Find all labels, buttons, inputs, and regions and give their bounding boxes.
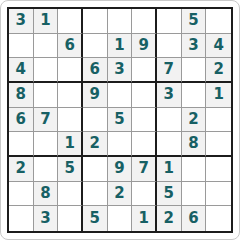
- sudoku-cell-r9c8[interactable]: 6: [182, 206, 207, 231]
- sudoku-cell-r6c1[interactable]: [9, 132, 34, 157]
- sudoku-cell-r3c8[interactable]: [182, 58, 207, 83]
- sudoku-cell-r6c8[interactable]: 8: [182, 132, 207, 157]
- sudoku-cell-r1c1[interactable]: 3: [9, 9, 34, 34]
- sudoku-cell-r7c8[interactable]: [182, 157, 207, 182]
- sudoku-cell-r4c4[interactable]: 9: [83, 83, 108, 108]
- sudoku-cell-r4c9[interactable]: 1: [206, 83, 231, 108]
- sudoku-cell-r7c9[interactable]: [206, 157, 231, 182]
- sudoku-cell-r5c4[interactable]: [83, 108, 108, 133]
- sudoku-cell-r1c4[interactable]: [83, 9, 108, 34]
- sudoku-cell-r2c2[interactable]: [34, 34, 59, 59]
- sudoku-cell-r2c7[interactable]: [157, 34, 182, 59]
- sudoku-cell-r7c4[interactable]: [83, 157, 108, 182]
- sudoku-cell-r2c6[interactable]: 9: [132, 34, 157, 59]
- sudoku-cell-r9c1[interactable]: [9, 206, 34, 231]
- sudoku-cell-r1c5[interactable]: [108, 9, 133, 34]
- sudoku-cell-r7c5[interactable]: 9: [108, 157, 133, 182]
- sudoku-cell-r7c2[interactable]: [34, 157, 59, 182]
- sudoku-cell-r1c8[interactable]: 5: [182, 9, 207, 34]
- sudoku-board: 3156193446372893167521282597182535126: [7, 7, 233, 233]
- sudoku-cell-r5c2[interactable]: 7: [34, 108, 59, 133]
- sudoku-cell-r3c9[interactable]: 2: [206, 58, 231, 83]
- sudoku-cell-r5c8[interactable]: 2: [182, 108, 207, 133]
- sudoku-cell-r3c1[interactable]: 4: [9, 58, 34, 83]
- sudoku-cell-r1c3[interactable]: [58, 9, 83, 34]
- sudoku-cell-r9c3[interactable]: [58, 206, 83, 231]
- sudoku-cell-r5c1[interactable]: 6: [9, 108, 34, 133]
- sudoku-cell-r9c4[interactable]: 5: [83, 206, 108, 231]
- sudoku-cell-r2c1[interactable]: [9, 34, 34, 59]
- sudoku-cell-r9c9[interactable]: [206, 206, 231, 231]
- sudoku-cell-r6c3[interactable]: 1: [58, 132, 83, 157]
- sudoku-cell-r4c6[interactable]: [132, 83, 157, 108]
- sudoku-cell-r8c1[interactable]: [9, 182, 34, 207]
- sudoku-cell-r8c6[interactable]: [132, 182, 157, 207]
- sudoku-cell-r7c6[interactable]: 7: [132, 157, 157, 182]
- sudoku-cell-r2c4[interactable]: [83, 34, 108, 59]
- sudoku-cell-r2c3[interactable]: 6: [58, 34, 83, 59]
- sudoku-cell-r6c5[interactable]: [108, 132, 133, 157]
- sudoku-cell-r3c4[interactable]: 6: [83, 58, 108, 83]
- sudoku-cell-r3c3[interactable]: [58, 58, 83, 83]
- sudoku-cell-r5c5[interactable]: 5: [108, 108, 133, 133]
- sudoku-cell-r4c1[interactable]: 8: [9, 83, 34, 108]
- sudoku-cell-r3c6[interactable]: [132, 58, 157, 83]
- sudoku-cell-r6c7[interactable]: [157, 132, 182, 157]
- sudoku-cell-r2c9[interactable]: 4: [206, 34, 231, 59]
- sudoku-cell-r8c5[interactable]: 2: [108, 182, 133, 207]
- sudoku-cell-r4c2[interactable]: [34, 83, 59, 108]
- sudoku-cell-r5c9[interactable]: [206, 108, 231, 133]
- sudoku-cell-r9c5[interactable]: [108, 206, 133, 231]
- sudoku-cell-r9c7[interactable]: 2: [157, 206, 182, 231]
- sudoku-cell-r7c1[interactable]: 2: [9, 157, 34, 182]
- sudoku-cell-r3c2[interactable]: [34, 58, 59, 83]
- sudoku-cell-r2c8[interactable]: 3: [182, 34, 207, 59]
- sudoku-cell-r4c3[interactable]: [58, 83, 83, 108]
- sudoku-cell-r6c9[interactable]: [206, 132, 231, 157]
- sudoku-cell-r4c5[interactable]: [108, 83, 133, 108]
- sudoku-cell-r7c7[interactable]: 1: [157, 157, 182, 182]
- sudoku-cell-r6c4[interactable]: 2: [83, 132, 108, 157]
- sudoku-cell-r8c8[interactable]: [182, 182, 207, 207]
- sudoku-cell-r9c2[interactable]: 3: [34, 206, 59, 231]
- sudoku-cell-r8c9[interactable]: [206, 182, 231, 207]
- sudoku-cell-r1c9[interactable]: [206, 9, 231, 34]
- sudoku-cell-r1c7[interactable]: [157, 9, 182, 34]
- sudoku-cell-r3c7[interactable]: 7: [157, 58, 182, 83]
- sudoku-cell-r4c7[interactable]: 3: [157, 83, 182, 108]
- sudoku-cell-r8c4[interactable]: [83, 182, 108, 207]
- sudoku-cell-r8c7[interactable]: 5: [157, 182, 182, 207]
- sudoku-cell-r6c2[interactable]: [34, 132, 59, 157]
- sudoku-cell-r1c6[interactable]: [132, 9, 157, 34]
- sudoku-cell-r1c2[interactable]: 1: [34, 9, 59, 34]
- sudoku-cell-r5c3[interactable]: [58, 108, 83, 133]
- screenshot-frame: 3156193446372893167521282597182535126: [0, 0, 240, 240]
- sudoku-cell-r2c5[interactable]: 1: [108, 34, 133, 59]
- sudoku-cell-r9c6[interactable]: 1: [132, 206, 157, 231]
- sudoku-cell-r4c8[interactable]: [182, 83, 207, 108]
- sudoku-cell-r8c2[interactable]: 8: [34, 182, 59, 207]
- sudoku-cell-r6c6[interactable]: [132, 132, 157, 157]
- sudoku-cell-r3c5[interactable]: 3: [108, 58, 133, 83]
- sudoku-cell-r7c3[interactable]: 5: [58, 157, 83, 182]
- sudoku-cell-r8c3[interactable]: [58, 182, 83, 207]
- sudoku-cell-r5c7[interactable]: [157, 108, 182, 133]
- sudoku-cell-r5c6[interactable]: [132, 108, 157, 133]
